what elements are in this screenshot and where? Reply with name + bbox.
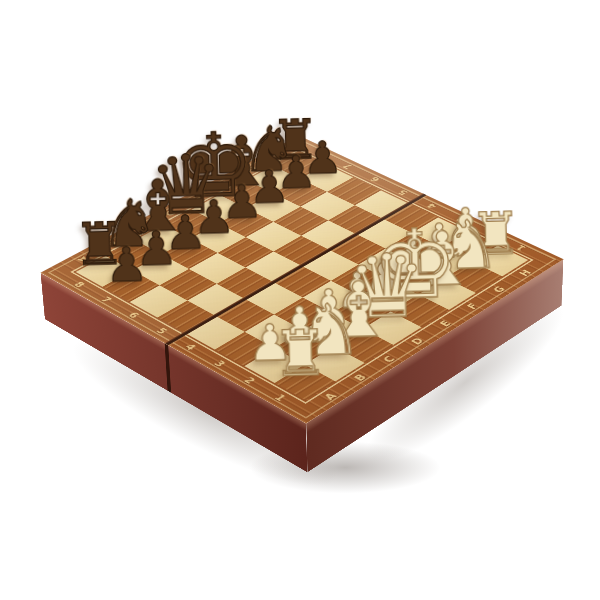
scene-perspective: 87654321 87654321 HGFEDCBA HGFEDCBA ♜♞♝♛… <box>0 0 600 600</box>
fold-seam-side <box>165 343 172 393</box>
board-top-surface: 87654321 87654321 HGFEDCBA HGFEDCBA ♜♞♝♛… <box>40 135 563 423</box>
product-photo: 87654321 87654321 HGFEDCBA HGFEDCBA ♜♞♝♛… <box>0 0 600 600</box>
black-pawn-glyph: ♟ <box>55 239 198 290</box>
piece-black-pawn-a7[interactable]: ♟ <box>102 270 159 302</box>
piece-white-rook-a1[interactable]: ♜ <box>275 365 336 401</box>
white-rook-glyph: ♜ <box>224 320 376 386</box>
pieces-layer: ♜♞♝♛♚♝♞♜♟♟♟♟♟♟♟♟♟♟♟♟♟♟♟♟♜♞♝♛♚♝♞♜ <box>40 135 563 423</box>
chess-board: 87654321 87654321 HGFEDCBA HGFEDCBA ♜♞♝♛… <box>40 135 563 423</box>
